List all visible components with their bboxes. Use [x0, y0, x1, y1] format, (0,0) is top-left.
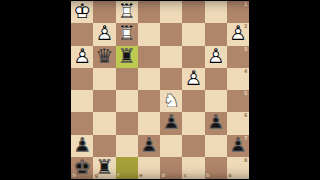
square-b7[interactable] [205, 135, 227, 157]
square-f6[interactable] [116, 112, 138, 134]
file-label-c: c [184, 173, 187, 178]
file-label-e: e [139, 173, 142, 178]
square-f8[interactable]: f [116, 157, 138, 179]
white-knight[interactable]: ♞♘ [160, 90, 182, 112]
file-label-a: a [228, 173, 231, 178]
white-pawn[interactable]: ♟♙ [227, 23, 249, 45]
black-pawn[interactable]: ♟♙ [71, 135, 93, 157]
black-pawn[interactable]: ♟♙ [138, 135, 160, 157]
black-king-outline: ♔ [71, 157, 93, 177]
square-f2[interactable]: ♜♖ [116, 23, 138, 45]
square-f5[interactable] [116, 90, 138, 112]
square-h7[interactable]: ♟♙ [71, 135, 93, 157]
square-b5[interactable] [205, 90, 227, 112]
black-queen[interactable]: ♛♕ [93, 46, 115, 68]
white-rook[interactable]: ♜♖ [116, 1, 138, 23]
square-h5[interactable] [71, 90, 93, 112]
black-pawn[interactable]: ♟♙ [205, 112, 227, 134]
rank-label-8: 8 [244, 158, 247, 163]
white-knight-outline: ♘ [160, 90, 182, 110]
square-e2[interactable] [138, 23, 160, 45]
square-h1[interactable]: ♚♔ [71, 1, 93, 23]
square-b4[interactable] [205, 68, 227, 90]
square-g5[interactable] [93, 90, 115, 112]
square-h3[interactable]: ♟♙ [71, 46, 93, 68]
square-d3[interactable] [160, 46, 182, 68]
video-frame: ♚♔♜♖1♟♙♜♖2♟♙♟♙♛♕♜♖♟♙3♟♙4♞♘5♟♙♟♙6♟♙♟♙7♟♙h… [0, 0, 320, 180]
square-h4[interactable] [71, 68, 93, 90]
square-h6[interactable] [71, 112, 93, 134]
white-king[interactable]: ♚♔ [71, 1, 93, 23]
square-d8[interactable]: d [160, 157, 182, 179]
square-e6[interactable] [138, 112, 160, 134]
black-pawn[interactable]: ♟♙ [160, 112, 182, 134]
black-rook[interactable]: ♜♖ [93, 157, 115, 179]
square-e1[interactable] [138, 1, 160, 23]
square-d4[interactable] [160, 68, 182, 90]
square-c7[interactable] [182, 135, 204, 157]
square-b2[interactable] [205, 23, 227, 45]
white-pawn-outline: ♙ [205, 46, 227, 66]
square-c5[interactable] [182, 90, 204, 112]
rank-label-5: 5 [244, 91, 247, 96]
white-rook-outline: ♖ [116, 24, 138, 44]
file-label-b: b [206, 173, 210, 178]
black-queen-outline: ♕ [93, 46, 115, 66]
white-pawn[interactable]: ♟♙ [71, 46, 93, 68]
black-pawn-outline: ♙ [71, 135, 93, 155]
square-a4[interactable]: 4 [227, 68, 249, 90]
white-pawn[interactable]: ♟♙ [93, 23, 115, 45]
square-a5[interactable]: 5 [227, 90, 249, 112]
square-c1[interactable] [182, 1, 204, 23]
square-e7[interactable]: ♟♙ [138, 135, 160, 157]
square-g4[interactable] [93, 68, 115, 90]
chess-board: ♚♔♜♖1♟♙♜♖2♟♙♟♙♛♕♜♖♟♙3♟♙4♞♘5♟♙♟♙6♟♙♟♙7♟♙h… [71, 1, 249, 179]
square-c3[interactable] [182, 46, 204, 68]
square-f7[interactable] [116, 135, 138, 157]
white-pawn-outline: ♙ [182, 68, 204, 88]
square-c8[interactable]: c [182, 157, 204, 179]
square-g2[interactable]: ♟♙ [93, 23, 115, 45]
square-d5[interactable]: ♞♘ [160, 90, 182, 112]
white-pawn-outline: ♙ [71, 46, 93, 66]
square-e3[interactable] [138, 46, 160, 68]
white-pawn[interactable]: ♟♙ [205, 46, 227, 68]
black-king[interactable]: ♚♔ [71, 157, 93, 179]
square-h8[interactable]: h♚♔ [71, 157, 93, 179]
square-c2[interactable] [182, 23, 204, 45]
square-c6[interactable] [182, 112, 204, 134]
square-a3[interactable]: 3 [227, 46, 249, 68]
square-g7[interactable] [93, 135, 115, 157]
white-rook[interactable]: ♜♖ [116, 23, 138, 45]
square-g3[interactable]: ♛♕ [93, 46, 115, 68]
white-pawn[interactable]: ♟♙ [182, 68, 204, 90]
rank-label-6: 6 [244, 113, 247, 118]
black-pawn-outline: ♙ [205, 113, 227, 133]
square-a6[interactable]: 6 [227, 112, 249, 134]
square-a2[interactable]: 2♟♙ [227, 23, 249, 45]
square-d7[interactable] [160, 135, 182, 157]
square-b6[interactable]: ♟♙ [205, 112, 227, 134]
rank-label-3: 3 [244, 47, 247, 52]
square-a7[interactable]: 7♟♙ [227, 135, 249, 157]
square-h2[interactable] [71, 23, 93, 45]
white-rook-outline: ♖ [116, 1, 138, 21]
square-e8[interactable]: e [138, 157, 160, 179]
rank-label-1: 1 [244, 2, 247, 7]
white-pawn-outline: ♙ [227, 24, 249, 44]
square-g8[interactable]: g♜♖ [93, 157, 115, 179]
black-rook[interactable]: ♜♖ [116, 46, 138, 68]
square-g1[interactable] [93, 1, 115, 23]
square-d1[interactable] [160, 1, 182, 23]
black-pawn-outline: ♙ [227, 135, 249, 155]
black-pawn[interactable]: ♟♙ [227, 135, 249, 157]
square-b8[interactable]: b [205, 157, 227, 179]
square-f1[interactable]: ♜♖ [116, 1, 138, 23]
black-pawn-outline: ♙ [138, 135, 160, 155]
square-e5[interactable] [138, 90, 160, 112]
black-rook-outline: ♖ [93, 157, 115, 177]
file-label-d: d [162, 173, 166, 178]
square-c4[interactable]: ♟♙ [182, 68, 204, 90]
square-b1[interactable] [205, 1, 227, 23]
square-a8[interactable]: 8a [227, 157, 249, 179]
square-d6[interactable]: ♟♙ [160, 112, 182, 134]
file-label-f: f [117, 173, 119, 178]
rank-label-4: 4 [244, 69, 247, 74]
square-g6[interactable] [93, 112, 115, 134]
square-d2[interactable] [160, 23, 182, 45]
square-f4[interactable] [116, 68, 138, 90]
square-b3[interactable]: ♟♙ [205, 46, 227, 68]
white-pawn-outline: ♙ [93, 24, 115, 44]
square-a1[interactable]: 1 [227, 1, 249, 23]
white-king-outline: ♔ [71, 1, 93, 21]
black-pawn-outline: ♙ [160, 113, 182, 133]
black-rook-outline: ♖ [116, 46, 138, 66]
square-f3[interactable]: ♜♖ [116, 46, 138, 68]
square-e4[interactable] [138, 68, 160, 90]
